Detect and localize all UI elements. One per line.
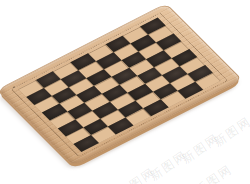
photo-canvas: 新图网新图网新图网新图网新图网 — [0, 0, 250, 184]
watermark-text: 新图网 — [179, 130, 223, 168]
playing-area — [18, 18, 221, 152]
watermark-text: 新图网 — [147, 147, 191, 184]
watermark-text: 新图网 — [192, 161, 236, 184]
watermark-text: 新图网 — [115, 164, 159, 184]
watermark-text: 新图网 — [211, 113, 250, 151]
